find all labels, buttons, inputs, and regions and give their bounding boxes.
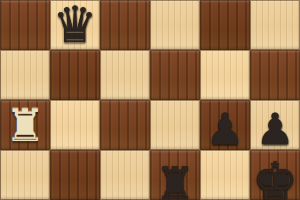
square-d3[interactable] xyxy=(150,100,200,150)
square-a2[interactable] xyxy=(0,150,50,200)
square-b4[interactable] xyxy=(50,50,100,100)
square-d4[interactable] xyxy=(150,50,200,100)
square-c2[interactable] xyxy=(100,150,150,200)
black-rook-on-d2[interactable]: ♜ xyxy=(150,158,200,200)
square-b2[interactable] xyxy=(50,150,100,200)
square-c3[interactable] xyxy=(100,100,150,150)
square-f4[interactable] xyxy=(250,50,300,100)
square-b3[interactable] xyxy=(50,100,100,150)
square-f5[interactable] xyxy=(250,0,300,50)
square-a4[interactable] xyxy=(0,50,50,100)
white-rook-on-a3[interactable]: ♜ xyxy=(0,100,50,150)
square-c5[interactable] xyxy=(100,0,150,50)
chess-board: ♛♜♟♟♜♚ xyxy=(0,0,300,200)
black-pawn-on-e3[interactable]: ♟ xyxy=(200,100,250,154)
square-a5[interactable] xyxy=(0,0,50,50)
square-d5[interactable] xyxy=(150,0,200,50)
square-e2[interactable] xyxy=(200,150,250,200)
black-king-on-f2[interactable]: ♚ xyxy=(250,156,300,200)
black-queen-on-b5[interactable]: ♛ xyxy=(50,0,100,50)
square-e4[interactable] xyxy=(200,50,250,100)
square-c4[interactable] xyxy=(100,50,150,100)
black-pawn-on-f3[interactable]: ♟ xyxy=(250,100,300,154)
square-e5[interactable] xyxy=(200,0,250,50)
